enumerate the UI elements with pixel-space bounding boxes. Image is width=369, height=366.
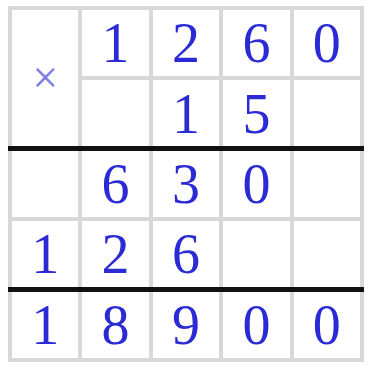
cell-r4c2-partial2-digit: 2 <box>82 221 148 287</box>
cell-r3c1-empty <box>12 151 78 217</box>
cell-r1c4-multiplicand-digit: 6 <box>223 10 289 76</box>
cell-r5c2-product-digit: 8 <box>82 292 148 358</box>
cell-r3c4-partial1-digit: 0 <box>223 151 289 217</box>
multiply-operator-cell: × <box>12 10 78 147</box>
cell-r4c5-empty <box>294 221 360 287</box>
cell-r2c5-empty <box>294 80 360 146</box>
cell-r5c1-product-digit: 1 <box>12 292 78 358</box>
cell-r1c5-multiplicand-digit: 0 <box>294 10 360 76</box>
cell-r1c2-multiplicand-digit: 1 <box>82 10 148 76</box>
cell-r5c5-product-digit: 0 <box>294 292 360 358</box>
cell-r2c4-multiplier-digit: 5 <box>223 80 289 146</box>
cell-r3c5-empty <box>294 151 360 217</box>
cell-r5c3-product-digit: 9 <box>153 292 219 358</box>
product-rule-line <box>8 287 364 292</box>
cell-r4c4-empty <box>223 221 289 287</box>
cell-r2c2-empty <box>82 80 148 146</box>
cell-r3c2-partial1-digit: 6 <box>82 151 148 217</box>
cell-r5c4-product-digit: 0 <box>223 292 289 358</box>
multiplication-grid: × 1 2 6 0 1 5 6 3 0 1 2 6 1 8 9 0 0 <box>8 6 364 362</box>
cell-r3c3-partial1-digit: 3 <box>153 151 219 217</box>
cell-r4c3-partial2-digit: 6 <box>153 221 219 287</box>
multiplication-worksheet: × 1 2 6 0 1 5 6 3 0 1 2 6 1 8 9 0 0 <box>0 0 369 366</box>
partial-products-rule-line <box>8 146 364 151</box>
cell-r2c3-multiplier-digit: 1 <box>153 80 219 146</box>
cell-r4c1-partial2-digit: 1 <box>12 221 78 287</box>
cell-r1c3-multiplicand-digit: 2 <box>153 10 219 76</box>
